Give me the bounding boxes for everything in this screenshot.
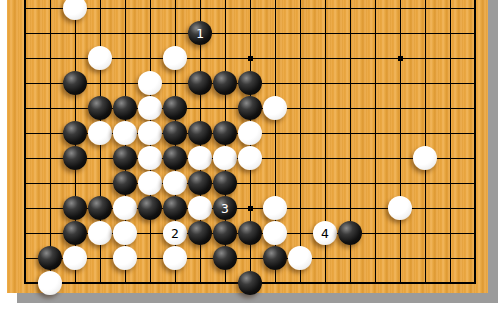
stone-black: [163, 196, 187, 220]
stone-white-move-2: 2: [163, 221, 187, 245]
stone-white: [63, 246, 87, 270]
stone-white: [138, 146, 162, 170]
stone-black: [213, 71, 237, 95]
stone-black: [188, 221, 212, 245]
stone-black: [63, 221, 87, 245]
go-board-diagram: 1324: [0, 0, 500, 310]
grid-line-vertical: [400, 0, 401, 284]
grid-line-vertical: [375, 0, 376, 284]
stone-white: [88, 121, 112, 145]
stone-white: [138, 171, 162, 195]
move-number-label: 3: [221, 202, 229, 215]
stone-white-move-4: 4: [313, 221, 337, 245]
star-point: [248, 206, 253, 211]
stone-white: [388, 196, 412, 220]
stone-white: [138, 96, 162, 120]
stone-white: [113, 121, 137, 145]
stone-black: [188, 171, 212, 195]
stone-white: [238, 146, 262, 170]
move-number-label: 2: [171, 227, 179, 240]
stone-black: [113, 146, 137, 170]
stone-white: [163, 171, 187, 195]
stone-black: [88, 96, 112, 120]
stone-black: [138, 196, 162, 220]
stone-black: [188, 71, 212, 95]
stone-white: [263, 221, 287, 245]
stone-white: [238, 121, 262, 145]
stone-black: [213, 121, 237, 145]
stone-black: [163, 96, 187, 120]
grid-line-vertical: [450, 0, 451, 284]
stone-black: [238, 96, 262, 120]
stone-white: [263, 96, 287, 120]
stone-black: [63, 121, 87, 145]
stone-black-move-1: 1: [188, 21, 212, 45]
stone-white: [113, 196, 137, 220]
stone-white: [113, 246, 137, 270]
stone-white: [163, 246, 187, 270]
grid-line-vertical: [425, 0, 426, 284]
stone-black: [238, 271, 262, 295]
stone-black: [263, 246, 287, 270]
stone-black: [63, 146, 87, 170]
stone-white: [213, 146, 237, 170]
move-number-label: 1: [196, 27, 204, 40]
star-point: [248, 56, 253, 61]
stone-black: [213, 246, 237, 270]
stone-black: [38, 246, 62, 270]
grid-line-horizontal: [24, 258, 476, 259]
stone-black: [113, 171, 137, 195]
stone-black-move-3: 3: [213, 196, 237, 220]
stone-white: [38, 271, 62, 295]
stone-black: [163, 121, 187, 145]
stone-white: [413, 146, 437, 170]
stone-black: [113, 96, 137, 120]
stone-black: [238, 221, 262, 245]
star-point: [398, 56, 403, 61]
stone-black: [88, 196, 112, 220]
grid-line-horizontal: [24, 8, 476, 9]
stone-white: [188, 196, 212, 220]
stone-white: [188, 146, 212, 170]
stone-black: [213, 221, 237, 245]
grid-line-horizontal: [24, 33, 476, 34]
grid-line-vertical: [474, 0, 476, 284]
stone-white: [138, 121, 162, 145]
stone-black: [238, 71, 262, 95]
grid-line-vertical: [300, 0, 301, 284]
stone-white: [163, 46, 187, 70]
grid-line-vertical: [24, 0, 26, 284]
grid-line-vertical: [50, 0, 51, 284]
move-number-label: 4: [321, 227, 329, 240]
stone-black: [188, 121, 212, 145]
stone-black: [63, 71, 87, 95]
stone-white: [88, 221, 112, 245]
stone-white: [88, 46, 112, 70]
stone-black: [63, 196, 87, 220]
stone-white: [263, 196, 287, 220]
grid-line-horizontal: [24, 183, 476, 184]
stone-black: [163, 146, 187, 170]
stone-white: [113, 221, 137, 245]
stone-white: [138, 71, 162, 95]
stone-black: [213, 171, 237, 195]
stone-black: [338, 221, 362, 245]
stone-white: [288, 246, 312, 270]
